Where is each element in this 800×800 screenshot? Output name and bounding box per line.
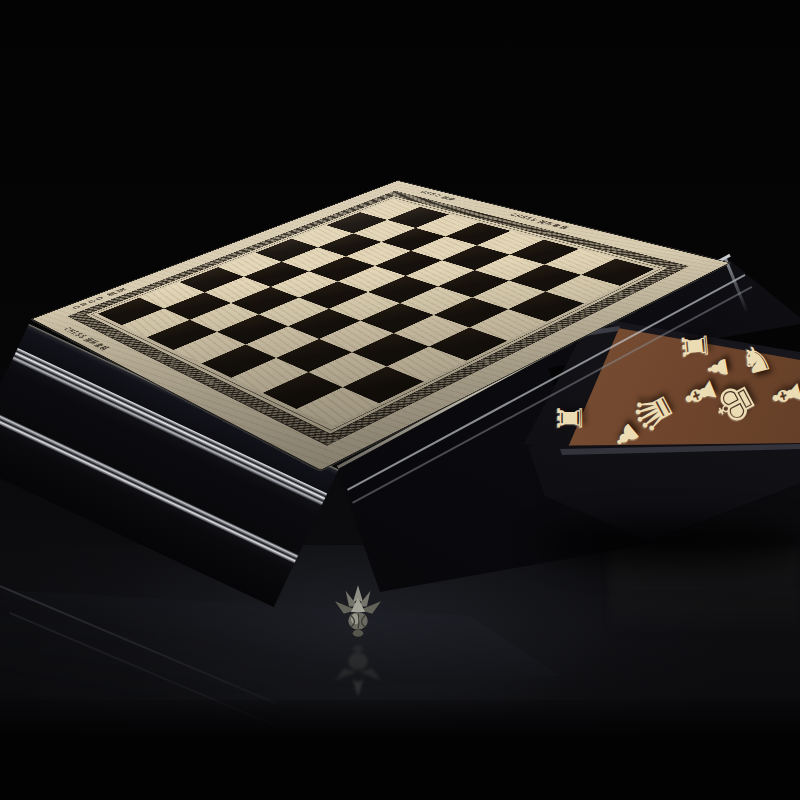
- drawer-shadow: [540, 520, 800, 566]
- pawn-piece: ♟: [703, 354, 733, 381]
- bishop-piece: ♝: [764, 374, 800, 417]
- claw-foot-reflection: [330, 640, 386, 702]
- background-bottom: [0, 700, 800, 800]
- rook-piece: ♜: [553, 403, 587, 433]
- chess-box-scene: ♜♟♛♝♜♟♞♚♝ ORGO 棋牌 CHESS 国际象棋 ORGO 棋牌 CHE…: [0, 0, 800, 800]
- claw-foot: [330, 580, 386, 642]
